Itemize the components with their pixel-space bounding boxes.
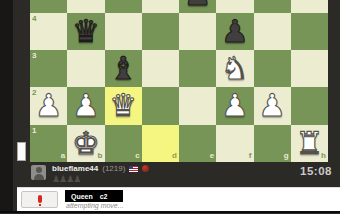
square-b3[interactable] [67,50,104,87]
move-announcement: Queen c2 [65,190,123,202]
square-f4[interactable]: ♟ [216,13,253,50]
piece-black-queen-b4: ♛ [67,13,104,50]
square-g4[interactable] [254,13,291,50]
piece-white-king-b1: ♚ [67,125,104,162]
file-label-a: a [61,152,65,160]
square-d5[interactable] [142,0,179,13]
square-a4[interactable]: 4 [30,13,67,50]
square-h4[interactable] [291,13,328,50]
square-d2[interactable] [142,87,179,124]
square-e1[interactable]: e [179,125,216,162]
square-e5[interactable]: ♟ [179,0,216,13]
rank-label-3: 3 [32,52,36,60]
file-label-f: f [249,152,252,160]
square-a2[interactable]: 2♟ [30,87,67,124]
file-label-e: e [210,152,214,160]
piece-white-pawn-g2: ♟ [254,87,291,124]
square-b2[interactable]: ♟ [67,87,104,124]
square-e4[interactable] [179,13,216,50]
scrollbar-fragment [17,142,26,161]
square-g3[interactable] [254,50,291,87]
square-e2[interactable] [179,87,216,124]
microphone-icon [38,195,42,203]
microphone-button[interactable] [21,191,58,208]
badge-icon [142,165,149,172]
move-status-text: attempting move... [66,202,124,209]
square-b1[interactable]: b♚ [67,125,104,162]
square-h2[interactable] [291,87,328,124]
square-h1[interactable]: h♜ [291,125,328,162]
player-rating: (1219) [102,164,125,173]
piece-black-pawn-f4: ♟ [216,13,253,50]
bottom-player-bar: blueflame44 (1219) ♟♟♟♟ 15:08 [13,162,340,187]
square-a5[interactable]: 5 [30,0,67,13]
captured-pawn-icon: ♟ [73,174,80,184]
piece-white-rook-h1: ♜ [291,125,328,162]
square-d3[interactable] [142,50,179,87]
piece-white-pawn-b2: ♟ [67,87,104,124]
file-label-c: c [135,152,139,160]
captured-pieces: ♟♟♟♟ [52,174,80,184]
file-label-g: g [284,152,289,160]
square-h5[interactable] [291,0,328,13]
square-g5[interactable] [254,0,291,13]
square-b5[interactable] [67,0,104,13]
avatar[interactable] [31,165,46,180]
player-clock: 15:08 [300,165,332,177]
player-name-row: blueflame44 (1219) [52,164,149,173]
square-c4[interactable] [105,13,142,50]
left-edge-strip [0,0,13,213]
voice-move-overlay: Queen c2 attempting move... [17,187,340,211]
us-flag-icon [129,166,138,172]
square-e3[interactable] [179,50,216,87]
rank-label-1: 1 [32,127,36,135]
square-b4[interactable]: ♛ [67,13,104,50]
player-username[interactable]: blueflame44 [52,164,98,173]
square-c3[interactable]: ♝ [105,50,142,87]
square-d4[interactable] [142,13,179,50]
square-h3[interactable] [291,50,328,87]
chess-board: 5♟4♛♟3♝♞2♟♟♛♟♟1ab♚cdefgh♜ [30,0,328,162]
square-c5[interactable] [105,0,142,13]
square-g2[interactable]: ♟ [254,87,291,124]
piece-white-pawn-f2: ♟ [216,87,253,124]
file-label-d: d [172,152,177,160]
square-c1[interactable]: c [105,125,142,162]
piece-white-knight-f3: ♞ [216,50,253,87]
square-a1[interactable]: 1a [30,125,67,162]
piece-black-bishop-c3: ♝ [105,50,142,87]
piece-white-queen-c2: ♛ [105,87,142,124]
square-f3[interactable]: ♞ [216,50,253,87]
square-g1[interactable]: g [254,125,291,162]
square-f2[interactable]: ♟ [216,87,253,124]
square-f1[interactable]: f [216,125,253,162]
bottom-black-strip [0,211,340,214]
app-screen: 5♟4♛♟3♝♞2♟♟♛♟♟1ab♚cdefgh♜ blueflame44 (1… [0,0,340,213]
square-c2[interactable]: ♛ [105,87,142,124]
piece-black-pawn-e5: ♟ [179,0,216,13]
square-f5[interactable] [216,0,253,13]
rank-label-4: 4 [32,15,36,23]
piece-white-pawn-a2: ♟ [30,87,67,124]
square-d1[interactable]: d [142,125,179,162]
square-a3[interactable]: 3 [30,50,67,87]
